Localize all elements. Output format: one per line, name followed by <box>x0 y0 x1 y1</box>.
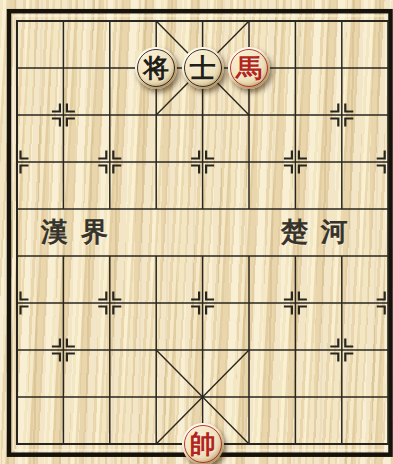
position-mark <box>52 339 60 347</box>
position-mark <box>191 307 199 315</box>
position-mark <box>52 354 60 362</box>
piece-red-general[interactable]: 帥 <box>182 423 224 464</box>
position-mark <box>330 354 338 362</box>
river-label-hanjie: 漢界 <box>41 214 121 250</box>
position-mark <box>113 151 121 159</box>
river-label-chuhe: 楚河 <box>281 214 361 250</box>
position-mark <box>67 354 75 362</box>
position-mark <box>98 307 106 315</box>
position-mark <box>377 307 385 315</box>
position-mark <box>191 292 199 300</box>
position-mark <box>284 166 292 174</box>
position-mark <box>345 119 353 127</box>
position-mark <box>330 119 338 127</box>
position-mark <box>206 151 214 159</box>
position-mark <box>113 166 121 174</box>
position-mark <box>98 151 106 159</box>
position-mark <box>345 339 353 347</box>
position-mark <box>113 292 121 300</box>
position-mark <box>345 104 353 112</box>
position-mark <box>206 307 214 315</box>
piece-red-horse[interactable]: 馬 <box>228 47 270 89</box>
position-mark <box>299 307 307 315</box>
position-mark <box>330 339 338 347</box>
position-mark <box>377 166 385 174</box>
position-mark <box>284 292 292 300</box>
position-mark <box>299 166 307 174</box>
xiangqi-board: 漢界 楚河 将士馬帥 <box>0 0 393 464</box>
position-mark <box>67 104 75 112</box>
position-mark <box>191 166 199 174</box>
position-mark <box>98 292 106 300</box>
position-mark <box>113 307 121 315</box>
piece-glyph-black-general: 将 <box>143 47 169 89</box>
position-mark <box>21 166 29 174</box>
position-mark <box>21 151 29 159</box>
position-mark <box>206 166 214 174</box>
position-mark <box>330 104 338 112</box>
piece-glyph-red-horse: 馬 <box>236 47 262 89</box>
position-mark <box>52 119 60 127</box>
piece-black-advisor[interactable]: 士 <box>182 47 224 89</box>
position-mark <box>52 104 60 112</box>
position-mark <box>206 292 214 300</box>
position-mark <box>21 307 29 315</box>
position-mark <box>377 292 385 300</box>
piece-black-general[interactable]: 将 <box>135 47 177 89</box>
position-mark <box>191 151 199 159</box>
position-mark <box>21 292 29 300</box>
position-mark <box>299 292 307 300</box>
position-mark <box>377 151 385 159</box>
position-mark <box>299 151 307 159</box>
piece-glyph-red-general: 帥 <box>190 423 216 464</box>
piece-glyph-black-advisor: 士 <box>190 47 216 89</box>
position-mark <box>284 307 292 315</box>
position-mark <box>284 151 292 159</box>
position-mark <box>67 119 75 127</box>
position-mark <box>98 166 106 174</box>
position-mark <box>67 339 75 347</box>
position-mark <box>345 354 353 362</box>
